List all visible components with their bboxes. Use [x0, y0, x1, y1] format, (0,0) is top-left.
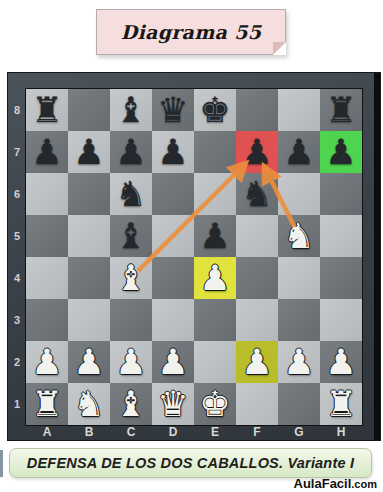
file-label-c: C [110, 425, 152, 441]
file-label-g: G [278, 425, 320, 441]
square-f1 [236, 383, 278, 425]
file-label-a: A [26, 425, 68, 441]
square-b3 [68, 299, 110, 341]
diagram-title: Diagrama 55 [121, 21, 261, 43]
square-b6 [68, 173, 110, 215]
square-g7: ♟ [278, 131, 320, 173]
white-pawn-c2: ♟ [110, 341, 152, 383]
black-pawn-c7: ♟ [110, 131, 152, 173]
square-h6 [320, 173, 362, 215]
square-f8 [236, 89, 278, 131]
square-a8: ♜ [26, 89, 68, 131]
caption-text: DEFENSA DE LOS DOS CABALLOS. Variante I [27, 455, 354, 471]
caption-bar: DEFENSA DE LOS DOS CABALLOS. Variante I [9, 448, 372, 478]
square-c4: ♝ [110, 257, 152, 299]
page: Diagrama 55 87654321 ♜♝♛♚♜♟♟♟♟♟♟♟♞♞♝♟♞♝♟… [0, 0, 383, 492]
square-c3 [110, 299, 152, 341]
black-pawn-e5: ♟ [194, 215, 236, 257]
file-label-h: H [320, 425, 362, 441]
note-fold-corner [273, 42, 286, 55]
square-c5: ♝ [110, 215, 152, 257]
square-e6 [194, 173, 236, 215]
rank-label-6: 6 [8, 173, 26, 215]
square-e8: ♚ [194, 89, 236, 131]
square-b7: ♟ [68, 131, 110, 173]
white-pawn-f2: ♟ [236, 341, 278, 383]
white-bishop-c4: ♝ [110, 257, 152, 299]
black-pawn-d7: ♟ [152, 131, 194, 173]
square-d8: ♛ [152, 89, 194, 131]
square-a7: ♟ [26, 131, 68, 173]
square-h4 [320, 257, 362, 299]
square-a4 [26, 257, 68, 299]
square-e3 [194, 299, 236, 341]
black-pawn-b7: ♟ [68, 131, 110, 173]
black-queen-d8: ♛ [152, 89, 194, 131]
square-g1 [278, 383, 320, 425]
square-d7: ♟ [152, 131, 194, 173]
square-d6 [152, 173, 194, 215]
square-a5 [26, 215, 68, 257]
white-pawn-g2: ♟ [278, 341, 320, 383]
black-king-e8: ♚ [194, 89, 236, 131]
left-margin-tick [0, 450, 3, 477]
square-h1: ♜ [320, 383, 362, 425]
square-g6 [278, 173, 320, 215]
rank-label-4: 4 [8, 257, 26, 299]
file-label-b: B [68, 425, 110, 441]
white-queen-d1: ♛ [152, 383, 194, 425]
square-d4 [152, 257, 194, 299]
rank-label-1: 1 [8, 383, 26, 425]
white-knight-g5: ♞ [278, 215, 320, 257]
square-e7 [194, 131, 236, 173]
rank-label-3: 3 [8, 299, 26, 341]
square-f2: ♟ [236, 341, 278, 383]
square-d1: ♛ [152, 383, 194, 425]
square-a2: ♟ [26, 341, 68, 383]
square-d5 [152, 215, 194, 257]
diagram-title-note: Diagrama 55 [96, 9, 286, 55]
square-a1: ♜ [26, 383, 68, 425]
square-c2: ♟ [110, 341, 152, 383]
square-a3 [26, 299, 68, 341]
square-c1: ♝ [110, 383, 152, 425]
square-h3 [320, 299, 362, 341]
square-d2: ♟ [152, 341, 194, 383]
square-b8 [68, 89, 110, 131]
white-rook-h1: ♜ [320, 383, 362, 425]
square-d3 [152, 299, 194, 341]
black-pawn-f7: ♟ [236, 131, 278, 173]
square-b5 [68, 215, 110, 257]
black-bishop-c5: ♝ [110, 215, 152, 257]
square-h7: ♟ [320, 131, 362, 173]
square-f5 [236, 215, 278, 257]
white-pawn-e4: ♟ [194, 257, 236, 299]
square-f4 [236, 257, 278, 299]
brand-suffix: .com [351, 478, 377, 490]
file-label-f: F [236, 425, 278, 441]
board-grid: ♜♝♛♚♜♟♟♟♟♟♟♟♞♞♝♟♞♝♟♟♟♟♟♟♟♟♜♞♝♛♚♜ [26, 89, 362, 425]
square-c6: ♞ [110, 173, 152, 215]
square-e5: ♟ [194, 215, 236, 257]
square-g3 [278, 299, 320, 341]
file-label-d: D [152, 425, 194, 441]
square-e2 [194, 341, 236, 383]
square-g5: ♞ [278, 215, 320, 257]
square-b1: ♞ [68, 383, 110, 425]
square-b4 [68, 257, 110, 299]
rank-label-8: 8 [8, 89, 26, 131]
white-pawn-a2: ♟ [26, 341, 68, 383]
square-h2: ♟ [320, 341, 362, 383]
square-f7: ♟ [236, 131, 278, 173]
square-g4 [278, 257, 320, 299]
rank-label-7: 7 [8, 131, 26, 173]
white-pawn-d2: ♟ [152, 341, 194, 383]
white-pawn-b2: ♟ [68, 341, 110, 383]
site-watermark: AulaFacil.com [294, 476, 377, 491]
white-rook-a1: ♜ [26, 383, 68, 425]
rank-label-2: 2 [8, 341, 26, 383]
rank-labels: 87654321 [8, 89, 26, 425]
board-right-edge [374, 73, 380, 440]
black-pawn-a7: ♟ [26, 131, 68, 173]
black-rook-h8: ♜ [320, 89, 362, 131]
square-e1: ♚ [194, 383, 236, 425]
square-a6 [26, 173, 68, 215]
brand-name: AulaFacil [294, 476, 352, 491]
black-knight-f6: ♞ [236, 173, 278, 215]
white-bishop-c1: ♝ [110, 383, 152, 425]
square-h8: ♜ [320, 89, 362, 131]
square-c7: ♟ [110, 131, 152, 173]
file-labels: ABCDEFGH [26, 425, 362, 441]
square-g2: ♟ [278, 341, 320, 383]
black-knight-c6: ♞ [110, 173, 152, 215]
square-f3 [236, 299, 278, 341]
square-g8 [278, 89, 320, 131]
white-knight-b1: ♞ [68, 383, 110, 425]
black-pawn-g7: ♟ [278, 131, 320, 173]
white-pawn-h2: ♟ [320, 341, 362, 383]
file-label-e: E [194, 425, 236, 441]
white-king-e1: ♚ [194, 383, 236, 425]
chess-board: 87654321 ♜♝♛♚♜♟♟♟♟♟♟♟♞♞♝♟♞♝♟♟♟♟♟♟♟♟♜♞♝♛♚… [7, 72, 381, 441]
square-f6: ♞ [236, 173, 278, 215]
square-c8: ♝ [110, 89, 152, 131]
square-b2: ♟ [68, 341, 110, 383]
black-rook-a8: ♜ [26, 89, 68, 131]
black-pawn-h7: ♟ [320, 131, 362, 173]
rank-label-5: 5 [8, 215, 26, 257]
square-e4: ♟ [194, 257, 236, 299]
black-bishop-c8: ♝ [110, 89, 152, 131]
square-h5 [320, 215, 362, 257]
